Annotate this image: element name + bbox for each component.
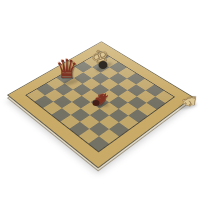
piece-cream-knight-fallen: ♞ [179,92,199,111]
piece-red-queen-standing: ♛ [55,56,78,82]
piece-red-knight-fallen: ♞ [91,88,113,110]
cream-king-felt-base [99,61,108,69]
product-photo: ♛♚♞♞ [0,0,200,200]
pieces-layer: ♛♚♞♞ [0,0,200,200]
red-knight-felt-base [93,100,100,106]
